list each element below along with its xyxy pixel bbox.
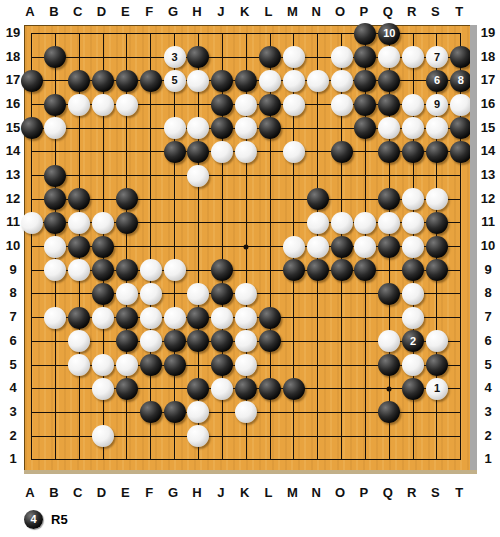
stone-black[interactable]: [426, 354, 448, 376]
stone-black[interactable]: [235, 70, 257, 92]
stone-black[interactable]: [164, 354, 186, 376]
stone-white[interactable]: [44, 117, 66, 139]
stone-black[interactable]: [354, 23, 376, 45]
row-label: 4: [484, 380, 491, 395]
stone-white[interactable]: [283, 236, 305, 258]
stone-white[interactable]: [402, 236, 424, 258]
stone-black[interactable]: 8: [450, 70, 472, 92]
stone-white[interactable]: [187, 283, 209, 305]
row-label: 12: [481, 190, 495, 205]
stone-white[interactable]: [283, 94, 305, 116]
row-label: 11: [6, 214, 20, 229]
move-annotation: 4 R5: [24, 509, 68, 529]
stone-black[interactable]: [426, 141, 448, 163]
row-label: 17: [481, 72, 495, 87]
move-number-label: 3: [172, 52, 178, 63]
stone-black[interactable]: [378, 94, 400, 116]
stone-white[interactable]: [426, 188, 448, 210]
stone-white[interactable]: [354, 212, 376, 234]
stone-black[interactable]: [164, 330, 186, 352]
stone-white[interactable]: [211, 141, 233, 163]
stone-white[interactable]: [187, 70, 209, 92]
stone-black[interactable]: [187, 330, 209, 352]
stone-black[interactable]: [402, 141, 424, 163]
stone-black[interactable]: [211, 70, 233, 92]
row-label: 18: [481, 48, 495, 63]
column-label: O: [335, 485, 345, 500]
column-label: L: [265, 485, 273, 500]
row-label: 3: [484, 403, 491, 418]
stone-black[interactable]: [283, 378, 305, 400]
column-label: B: [49, 485, 58, 500]
stone-black[interactable]: [44, 212, 66, 234]
stone-black[interactable]: 10: [378, 23, 400, 45]
row-label: 3: [9, 403, 16, 418]
stone-black[interactable]: [354, 259, 376, 281]
stone-black[interactable]: [354, 117, 376, 139]
stone-black[interactable]: 2: [402, 330, 424, 352]
stone-white[interactable]: [283, 70, 305, 92]
column-label: G: [168, 485, 178, 500]
stone-black[interactable]: [402, 378, 424, 400]
stone-black[interactable]: [450, 141, 472, 163]
stone-black[interactable]: [116, 188, 138, 210]
stone-black[interactable]: [450, 46, 472, 68]
stone-white[interactable]: [331, 212, 353, 234]
stone-white[interactable]: [140, 307, 162, 329]
column-label: T: [455, 485, 463, 500]
column-label: G: [168, 4, 178, 19]
stone-black[interactable]: [140, 70, 162, 92]
stone-black[interactable]: [378, 141, 400, 163]
stone-white[interactable]: [259, 70, 281, 92]
stone-white[interactable]: [92, 94, 114, 116]
stone-black[interactable]: 6: [426, 70, 448, 92]
star-point: [244, 244, 249, 249]
stone-white[interactable]: [116, 283, 138, 305]
stone-black[interactable]: [331, 259, 353, 281]
row-label: 4: [9, 380, 16, 395]
stone-white[interactable]: [235, 307, 257, 329]
board-edge-shadow-right: [470, 25, 477, 474]
stone-black[interactable]: [44, 94, 66, 116]
stone-white[interactable]: [116, 354, 138, 376]
row-label: 1: [484, 451, 491, 466]
row-label: 11: [481, 214, 495, 229]
column-label: R: [407, 485, 416, 500]
column-label: M: [287, 4, 298, 19]
column-label: A: [25, 4, 34, 19]
stone-white[interactable]: [450, 94, 472, 116]
stone-black[interactable]: [426, 259, 448, 281]
stone-white[interactable]: [68, 330, 90, 352]
stone-white[interactable]: 5: [164, 70, 186, 92]
stone-white[interactable]: 7: [426, 46, 448, 68]
stone-white[interactable]: [92, 378, 114, 400]
column-label: E: [121, 485, 130, 500]
stone-white[interactable]: [235, 141, 257, 163]
stone-white[interactable]: 3: [164, 46, 186, 68]
column-label: L: [265, 4, 273, 19]
row-label: 7: [484, 309, 491, 324]
stone-black[interactable]: [187, 46, 209, 68]
row-label: 18: [6, 48, 20, 63]
annotation-stone-number: 4: [30, 514, 36, 525]
stone-black[interactable]: [378, 188, 400, 210]
stone-black[interactable]: [378, 236, 400, 258]
stone-black[interactable]: [307, 259, 329, 281]
move-number-label: 6: [434, 75, 440, 86]
stone-white[interactable]: [235, 283, 257, 305]
stone-black[interactable]: [450, 117, 472, 139]
stone-black[interactable]: [354, 46, 376, 68]
stone-white[interactable]: [68, 354, 90, 376]
stone-white[interactable]: [92, 212, 114, 234]
column-label: Q: [383, 485, 393, 500]
go-diagram-page: { "game": "go", "board": { "size": 19, "…: [0, 0, 500, 537]
stone-black[interactable]: [140, 401, 162, 423]
column-label: J: [217, 4, 224, 19]
star-point: [387, 386, 392, 391]
stone-white[interactable]: [402, 94, 424, 116]
stone-black[interactable]: [259, 117, 281, 139]
stone-black[interactable]: [354, 70, 376, 92]
stone-black[interactable]: [211, 330, 233, 352]
row-label: 13: [6, 167, 20, 182]
row-label: 17: [6, 72, 20, 87]
stone-white[interactable]: [164, 259, 186, 281]
stone-white[interactable]: [164, 307, 186, 329]
stone-white[interactable]: [331, 70, 353, 92]
stone-white[interactable]: [307, 212, 329, 234]
stone-white[interactable]: [378, 212, 400, 234]
stone-black[interactable]: [211, 117, 233, 139]
row-label: 13: [481, 167, 495, 182]
stone-black[interactable]: [68, 236, 90, 258]
stone-white[interactable]: [402, 212, 424, 234]
row-label: 6: [9, 332, 16, 347]
column-label: T: [455, 4, 463, 19]
row-label: 15: [6, 119, 20, 134]
stone-white[interactable]: [307, 236, 329, 258]
row-label: 8: [484, 285, 491, 300]
stone-white[interactable]: [211, 378, 233, 400]
stone-black[interactable]: [402, 259, 424, 281]
column-label: C: [73, 485, 82, 500]
stone-black[interactable]: [44, 165, 66, 187]
stone-black[interactable]: [187, 141, 209, 163]
row-label: 10: [481, 238, 495, 253]
stone-white[interactable]: [187, 117, 209, 139]
stone-black[interactable]: [235, 378, 257, 400]
grid-line-horizontal: [31, 459, 461, 460]
stone-white[interactable]: [211, 307, 233, 329]
column-label: S: [431, 4, 440, 19]
stone-black[interactable]: [116, 307, 138, 329]
stone-white[interactable]: [331, 46, 353, 68]
row-label: 16: [6, 96, 20, 111]
column-label: N: [311, 485, 320, 500]
board-edge-shadow-bottom: [24, 470, 477, 474]
stone-black[interactable]: [187, 378, 209, 400]
column-label: J: [217, 485, 224, 500]
stone-black[interactable]: [187, 307, 209, 329]
stone-white[interactable]: [378, 117, 400, 139]
stone-black[interactable]: [211, 259, 233, 281]
stone-black[interactable]: [164, 141, 186, 163]
row-label: 19: [481, 25, 495, 40]
stone-white[interactable]: [235, 401, 257, 423]
stone-black[interactable]: [426, 236, 448, 258]
stone-white[interactable]: [235, 117, 257, 139]
move-number-label: 7: [434, 52, 440, 63]
stone-white[interactable]: 1: [426, 378, 448, 400]
row-label: 6: [484, 332, 491, 347]
stone-black[interactable]: [331, 141, 353, 163]
stone-black[interactable]: [68, 70, 90, 92]
row-label: 7: [9, 309, 16, 324]
stone-black[interactable]: [378, 283, 400, 305]
stone-black[interactable]: [21, 117, 43, 139]
stone-black[interactable]: [44, 188, 66, 210]
row-label: 8: [9, 285, 16, 300]
column-label: B: [49, 4, 58, 19]
stone-white[interactable]: [92, 354, 114, 376]
row-label: 16: [481, 96, 495, 111]
stone-black[interactable]: [92, 236, 114, 258]
column-label: O: [335, 4, 345, 19]
stone-black[interactable]: [92, 283, 114, 305]
stone-black[interactable]: [283, 259, 305, 281]
column-label: D: [97, 4, 106, 19]
stone-white[interactable]: [354, 236, 376, 258]
row-label: 10: [6, 238, 20, 253]
stone-white[interactable]: [92, 307, 114, 329]
column-label: P: [360, 4, 369, 19]
annotation-stone-black: 4: [24, 510, 43, 529]
stone-white[interactable]: [402, 283, 424, 305]
row-label: 2: [9, 427, 16, 442]
column-label: D: [97, 485, 106, 500]
move-number-label: 5: [172, 75, 178, 86]
stone-black[interactable]: [378, 354, 400, 376]
stone-black[interactable]: [68, 188, 90, 210]
stone-white[interactable]: [426, 117, 448, 139]
column-label: K: [240, 485, 249, 500]
stone-black[interactable]: [92, 70, 114, 92]
stone-black[interactable]: [259, 378, 281, 400]
row-label: 2: [484, 427, 491, 442]
column-label: A: [25, 485, 34, 500]
stone-black[interactable]: [259, 94, 281, 116]
stone-white[interactable]: [164, 117, 186, 139]
stone-black[interactable]: [116, 259, 138, 281]
stone-black[interactable]: [354, 94, 376, 116]
column-label: N: [311, 4, 320, 19]
stone-white[interactable]: [378, 330, 400, 352]
move-number-label: 9: [434, 99, 440, 110]
column-label: M: [287, 485, 298, 500]
stone-black[interactable]: [259, 307, 281, 329]
row-label: 5: [484, 356, 491, 371]
stone-white[interactable]: [68, 259, 90, 281]
stone-black[interactable]: [116, 330, 138, 352]
stone-white[interactable]: [116, 94, 138, 116]
stone-white[interactable]: [402, 354, 424, 376]
stone-black[interactable]: [307, 188, 329, 210]
go-board[interactable]: 1037568921: [24, 25, 471, 471]
stone-black[interactable]: [426, 212, 448, 234]
stone-black[interactable]: [164, 401, 186, 423]
row-label: 19: [6, 25, 20, 40]
column-label: E: [121, 4, 130, 19]
stone-black[interactable]: [68, 307, 90, 329]
stone-white[interactable]: [426, 330, 448, 352]
stone-white[interactable]: [235, 330, 257, 352]
column-label: R: [407, 4, 416, 19]
stone-white[interactable]: [187, 401, 209, 423]
stone-white[interactable]: 9: [426, 94, 448, 116]
column-label: Q: [383, 4, 393, 19]
stone-black[interactable]: [211, 283, 233, 305]
stone-white[interactable]: [187, 425, 209, 447]
move-number-label: 10: [383, 28, 395, 39]
row-label: 5: [9, 356, 16, 371]
column-label: F: [145, 4, 153, 19]
stone-black[interactable]: [331, 236, 353, 258]
stone-white[interactable]: [140, 259, 162, 281]
column-label: C: [73, 4, 82, 19]
stone-black[interactable]: [21, 70, 43, 92]
stone-black[interactable]: [92, 259, 114, 281]
stone-white[interactable]: [68, 94, 90, 116]
column-label: F: [145, 485, 153, 500]
stone-black[interactable]: [116, 378, 138, 400]
stone-white[interactable]: [140, 283, 162, 305]
stone-black[interactable]: [140, 354, 162, 376]
column-label: P: [360, 485, 369, 500]
stone-white[interactable]: [283, 141, 305, 163]
stone-white[interactable]: [283, 46, 305, 68]
column-label: S: [431, 485, 440, 500]
stone-white[interactable]: [235, 354, 257, 376]
stone-black[interactable]: [259, 46, 281, 68]
column-label: H: [192, 485, 201, 500]
stone-white[interactable]: [235, 94, 257, 116]
row-label: 14: [481, 143, 495, 158]
stone-black[interactable]: [259, 330, 281, 352]
stone-black[interactable]: [211, 354, 233, 376]
row-label: 12: [6, 190, 20, 205]
stone-black[interactable]: [378, 70, 400, 92]
stone-white[interactable]: [68, 212, 90, 234]
stone-white[interactable]: [378, 46, 400, 68]
row-label: 9: [9, 261, 16, 276]
annotation-location-text: R5: [51, 512, 68, 527]
column-label: K: [240, 4, 249, 19]
row-label: 9: [484, 261, 491, 276]
column-label: H: [192, 4, 201, 19]
stone-white[interactable]: [187, 165, 209, 187]
stone-black[interactable]: [116, 70, 138, 92]
stone-black[interactable]: [211, 94, 233, 116]
stone-white[interactable]: [307, 70, 329, 92]
stone-white[interactable]: [44, 307, 66, 329]
stone-black[interactable]: [378, 401, 400, 423]
stone-white[interactable]: [331, 94, 353, 116]
row-label: 1: [9, 451, 16, 466]
stone-white[interactable]: [140, 330, 162, 352]
row-label: 15: [481, 119, 495, 134]
move-number-label: 2: [410, 336, 416, 347]
stone-white[interactable]: [44, 236, 66, 258]
stone-white[interactable]: [402, 188, 424, 210]
move-number-label: 1: [434, 383, 440, 394]
stone-black[interactable]: [44, 46, 66, 68]
row-label: 14: [6, 143, 20, 158]
stone-white[interactable]: [402, 307, 424, 329]
move-number-label: 8: [458, 75, 464, 86]
stone-white[interactable]: [92, 425, 114, 447]
stone-white[interactable]: [44, 259, 66, 281]
stone-black[interactable]: [116, 212, 138, 234]
stone-white[interactable]: [402, 46, 424, 68]
stone-white[interactable]: [402, 117, 424, 139]
stone-white[interactable]: [21, 212, 43, 234]
